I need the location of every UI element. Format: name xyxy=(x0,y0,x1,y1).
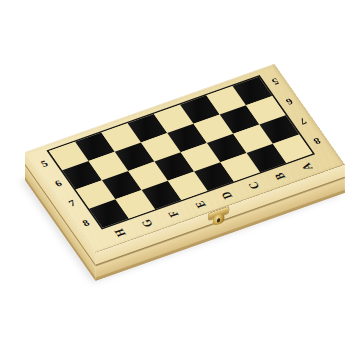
product-photo: 5678 5678 HGFEDCBA xyxy=(0,0,350,350)
